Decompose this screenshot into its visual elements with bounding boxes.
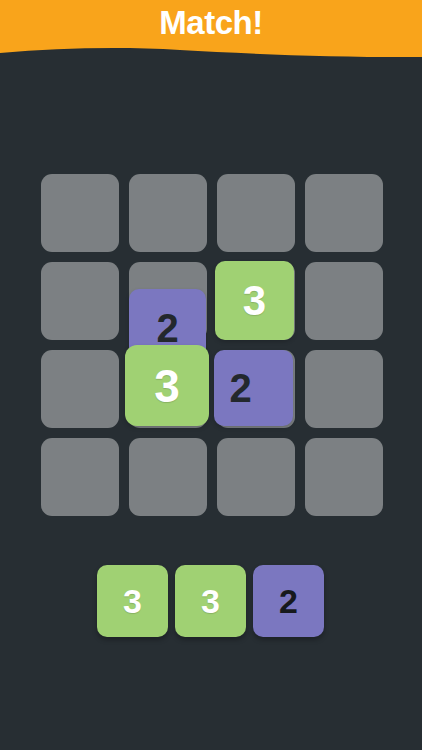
tray-tile-value: 3 <box>201 582 220 621</box>
board-cell-r3c4[interactable] <box>305 350 383 428</box>
board <box>41 174 383 516</box>
board-cell-r4c2[interactable] <box>129 438 207 516</box>
tile-2-r3c3[interactable]: 2 <box>214 350 293 426</box>
board-cell-r2c4[interactable] <box>305 262 383 340</box>
board-cell-r4c1[interactable] <box>41 438 119 516</box>
tile-3-r3c2[interactable]: 3 <box>125 345 209 426</box>
tile-value: 2 <box>229 366 251 411</box>
board-cell-r2c1[interactable] <box>41 262 119 340</box>
board-cell-r3c1[interactable] <box>41 350 119 428</box>
board-cell-r1c1[interactable] <box>41 174 119 252</box>
tile-3-r2c3[interactable]: 3 <box>215 261 294 340</box>
tray-tile-3[interactable]: 2 <box>253 565 324 637</box>
app-screen: 2332 Match! 332 <box>0 0 422 750</box>
board-cell-r1c2[interactable] <box>129 174 207 252</box>
tile-value: 3 <box>154 359 180 413</box>
board-cell-r4c4[interactable] <box>305 438 383 516</box>
board-cell-r4c3[interactable] <box>217 438 295 516</box>
board-cell-r1c4[interactable] <box>305 174 383 252</box>
page-title: Match! <box>0 6 422 40</box>
tray-tile-2[interactable]: 3 <box>175 565 246 637</box>
tray-tile-value: 3 <box>123 582 142 621</box>
board-cell-r1c3[interactable] <box>217 174 295 252</box>
tray-tile-value: 2 <box>279 582 298 621</box>
tray-tile-1[interactable]: 3 <box>97 565 168 637</box>
tile-value: 3 <box>243 277 266 325</box>
tile-value: 2 <box>156 306 178 351</box>
